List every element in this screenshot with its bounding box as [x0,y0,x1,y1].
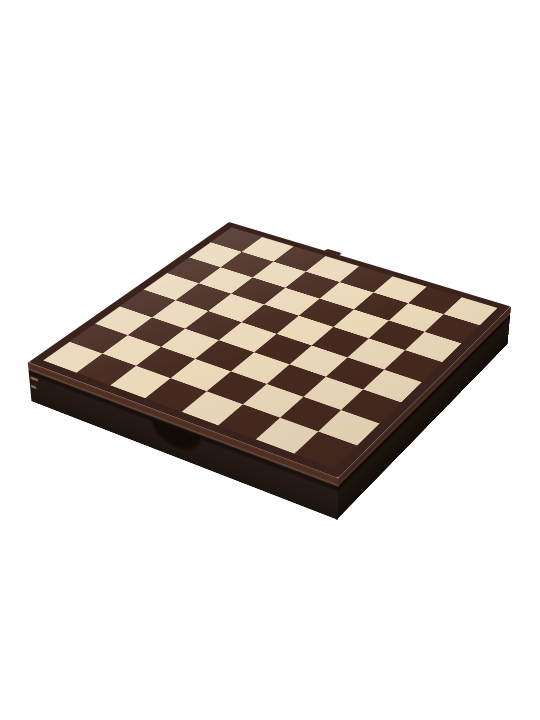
finger-joint-detail [31,376,38,381]
hinge-notch [324,249,342,256]
product-photo [0,0,540,720]
finger-joint-detail [31,385,37,390]
chess-box [29,222,511,478]
finger-notch [151,418,203,458]
